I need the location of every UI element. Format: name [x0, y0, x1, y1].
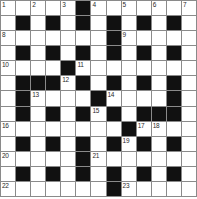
clue-number-9: 9: [123, 31, 126, 38]
cell-r10c13[interactable]: [182, 137, 196, 151]
cell-r3c6[interactable]: [76, 31, 90, 45]
cell-r1c5[interactable]: 3: [61, 1, 75, 15]
cell-r13c8: [107, 182, 121, 196]
cell-r11c12[interactable]: [167, 152, 181, 166]
cell-r7c5[interactable]: [61, 91, 75, 105]
cell-r13c11[interactable]: [152, 182, 166, 196]
cell-r2c4: [46, 16, 60, 30]
clue-number-19: 19: [123, 137, 130, 144]
cell-r13c12[interactable]: [167, 182, 181, 196]
cell-r1c2[interactable]: [16, 1, 30, 15]
cell-r5c4[interactable]: [46, 61, 60, 75]
cell-r11c2[interactable]: [16, 152, 30, 166]
cell-r2c3[interactable]: [31, 16, 45, 30]
cell-r1c6: [76, 1, 90, 15]
cell-r9c11[interactable]: 18: [152, 122, 166, 136]
cell-r7c2: [16, 91, 30, 105]
cell-r7c12: [167, 91, 181, 105]
cell-r1c12[interactable]: [167, 1, 181, 15]
clue-number-18: 18: [153, 122, 160, 129]
cell-r13c7[interactable]: [91, 182, 105, 196]
cell-r4c5[interactable]: [61, 46, 75, 60]
cell-r4c3[interactable]: [31, 46, 45, 60]
cell-r13c6[interactable]: [76, 182, 90, 196]
cell-r8c1[interactable]: [1, 107, 15, 121]
cell-r3c2[interactable]: [16, 31, 30, 45]
cell-r12c4: [46, 167, 60, 181]
clue-number-4: 4: [92, 1, 95, 8]
cell-r7c6[interactable]: [76, 91, 90, 105]
cell-r3c4[interactable]: [46, 31, 60, 45]
cell-r6c3: [31, 76, 45, 90]
cell-r12c6: [76, 167, 90, 181]
cell-r9c7[interactable]: [91, 122, 105, 136]
cell-r11c6: [76, 152, 90, 166]
cell-r10c12: [167, 137, 181, 151]
cell-r2c6: [76, 16, 90, 30]
cell-r1c3[interactable]: 2: [31, 1, 45, 15]
cell-r5c12[interactable]: [167, 61, 181, 75]
cell-r13c3[interactable]: [31, 182, 45, 196]
cell-r2c13[interactable]: [182, 16, 196, 30]
cell-r2c8: [107, 16, 121, 30]
cell-r4c4: [46, 46, 60, 60]
crossword-page: 1234567891011121314151617181920212223: [0, 0, 197, 199]
cell-r3c3[interactable]: [31, 31, 45, 45]
cell-r5c3[interactable]: [31, 61, 45, 75]
clue-number-6: 6: [153, 1, 156, 8]
cell-r9c4[interactable]: [46, 122, 60, 136]
cell-r12c7[interactable]: [91, 167, 105, 181]
cell-r12c11[interactable]: [152, 167, 166, 181]
cell-r1c1[interactable]: 1: [1, 1, 15, 15]
cell-r1c9[interactable]: 5: [122, 1, 136, 15]
cell-r8c13[interactable]: [182, 107, 196, 121]
clue-number-1: 1: [2, 1, 5, 8]
cell-r9c5[interactable]: [61, 122, 75, 136]
cell-r8c9[interactable]: [122, 107, 136, 121]
cell-r9c12[interactable]: [167, 122, 181, 136]
cell-r7c10[interactable]: [137, 91, 151, 105]
cell-r2c2: [16, 16, 30, 30]
cell-r7c3[interactable]: 13: [31, 91, 45, 105]
clue-number-3: 3: [62, 1, 65, 8]
cell-r3c9[interactable]: 9: [122, 31, 136, 45]
cell-r3c11[interactable]: [152, 31, 166, 45]
cell-r3c1[interactable]: 8: [1, 31, 15, 45]
cell-r11c1[interactable]: 20: [1, 152, 15, 166]
cell-r11c5[interactable]: [61, 152, 75, 166]
cell-r10c8: [107, 137, 121, 151]
cell-r8c5[interactable]: [61, 107, 75, 121]
cell-r6c11[interactable]: [152, 76, 166, 90]
cell-r5c10[interactable]: [137, 61, 151, 75]
cell-r3c7[interactable]: [91, 31, 105, 45]
cell-r9c8[interactable]: [107, 122, 121, 136]
cell-r6c12: [167, 76, 181, 90]
cell-r11c11[interactable]: [152, 152, 166, 166]
cell-r6c4: [46, 76, 60, 90]
cell-r7c8[interactable]: 14: [107, 91, 121, 105]
cell-r4c12: [167, 46, 181, 60]
cell-r6c7[interactable]: [91, 76, 105, 90]
cell-r8c3[interactable]: [31, 107, 45, 121]
cell-r9c9: [122, 122, 136, 136]
cell-r2c11[interactable]: [152, 16, 166, 30]
cell-r12c12: [167, 167, 181, 181]
cell-r5c5: [61, 61, 75, 75]
cell-r11c7[interactable]: 21: [91, 152, 105, 166]
cell-r12c10: [137, 167, 151, 181]
cell-r9c6[interactable]: [76, 122, 90, 136]
crossword-grid: 1234567891011121314151617181920212223: [0, 0, 197, 197]
cell-r6c6: [76, 76, 90, 90]
cell-r10c5[interactable]: [61, 137, 75, 151]
cell-r10c2: [16, 137, 30, 151]
cell-r2c1[interactable]: [1, 16, 15, 30]
cell-r1c4[interactable]: [46, 1, 60, 15]
clue-number-8: 8: [2, 31, 5, 38]
clue-number-7: 7: [183, 1, 186, 8]
cell-r10c3[interactable]: [31, 137, 45, 151]
clue-number-14: 14: [108, 91, 115, 98]
cell-r6c10: [137, 76, 151, 90]
cell-r4c1[interactable]: [1, 46, 15, 60]
cell-r10c9[interactable]: 19: [122, 137, 136, 151]
cell-r7c7: [91, 91, 105, 105]
cell-r2c12: [167, 16, 181, 30]
cell-r3c10[interactable]: [137, 31, 151, 45]
cell-r8c6: [76, 107, 90, 121]
cell-r1c8[interactable]: [107, 1, 121, 15]
cell-r2c9[interactable]: [122, 16, 136, 30]
clue-number-22: 22: [2, 182, 9, 189]
cell-r2c10: [137, 16, 151, 30]
cell-r10c1[interactable]: [1, 137, 15, 151]
cell-r1c13[interactable]: 7: [182, 1, 196, 15]
clue-number-16: 16: [2, 122, 9, 129]
clue-number-23: 23: [123, 182, 130, 189]
cell-r11c13[interactable]: [182, 152, 196, 166]
cell-r2c5[interactable]: [61, 16, 75, 30]
cell-r6c1[interactable]: [1, 76, 15, 90]
cell-r6c5[interactable]: 12: [61, 76, 75, 90]
cell-r12c5[interactable]: [61, 167, 75, 181]
cell-r13c5[interactable]: [61, 182, 75, 196]
cell-r3c13[interactable]: [182, 31, 196, 45]
clue-number-12: 12: [62, 76, 69, 83]
cell-r5c8[interactable]: [107, 61, 121, 75]
cell-r8c7[interactable]: 15: [91, 107, 105, 121]
cell-r1c11[interactable]: 6: [152, 1, 166, 15]
cell-r12c3[interactable]: [31, 167, 45, 181]
cell-r10c10: [137, 137, 151, 151]
cell-r12c13[interactable]: [182, 167, 196, 181]
cell-r13c4[interactable]: [46, 182, 60, 196]
cell-r13c9[interactable]: 23: [122, 182, 136, 196]
clue-number-10: 10: [2, 61, 9, 68]
cell-r9c10[interactable]: 17: [137, 122, 151, 136]
cell-r11c8[interactable]: [107, 152, 121, 166]
cell-r3c12[interactable]: [167, 31, 181, 45]
cell-r8c4: [46, 107, 60, 121]
cell-r6c8: [107, 76, 121, 90]
cell-r9c3[interactable]: [31, 122, 45, 136]
cell-r8c10: [137, 107, 151, 121]
cell-r9c2[interactable]: [16, 122, 30, 136]
cell-r12c9[interactable]: [122, 167, 136, 181]
cell-r13c13[interactable]: [182, 182, 196, 196]
cell-r13c1[interactable]: 22: [1, 182, 15, 196]
cell-r4c8: [107, 46, 121, 60]
cell-r4c10: [137, 46, 151, 60]
cell-r9c1[interactable]: 16: [1, 122, 15, 136]
cell-r7c9[interactable]: [122, 91, 136, 105]
cell-r7c13[interactable]: [182, 91, 196, 105]
cell-r4c2: [16, 46, 30, 60]
cell-r8c11: [152, 107, 166, 121]
clue-number-20: 20: [2, 152, 9, 159]
cell-r5c11[interactable]: [152, 61, 166, 75]
cell-r1c7[interactable]: 4: [91, 1, 105, 15]
cell-r8c12: [167, 107, 181, 121]
cell-r4c9[interactable]: [122, 46, 136, 60]
cell-r4c6: [76, 46, 90, 60]
cell-r6c2: [16, 76, 30, 90]
cell-r5c13[interactable]: [182, 61, 196, 75]
cell-r1c10[interactable]: [137, 1, 151, 15]
cell-r11c9[interactable]: [122, 152, 136, 166]
cell-r12c1[interactable]: [1, 167, 15, 181]
cell-r8c2: [16, 107, 30, 121]
cell-r3c8: [107, 31, 121, 45]
cell-r12c2: [16, 167, 30, 181]
cell-r2c7[interactable]: [91, 16, 105, 30]
clue-number-2: 2: [32, 1, 35, 8]
cell-r10c4: [46, 137, 60, 151]
cell-r11c10[interactable]: [137, 152, 151, 166]
cell-r10c7[interactable]: [91, 137, 105, 151]
clue-number-11: 11: [77, 61, 83, 68]
cell-r4c7[interactable]: [91, 46, 105, 60]
cell-r7c1[interactable]: [1, 91, 15, 105]
cell-r5c1[interactable]: 10: [1, 61, 15, 75]
cell-r5c9[interactable]: [122, 61, 136, 75]
cell-r6c9[interactable]: [122, 76, 136, 90]
cell-r10c11[interactable]: [152, 137, 166, 151]
cell-r8c8: [107, 107, 121, 121]
clue-number-15: 15: [92, 107, 99, 114]
cell-r11c4[interactable]: [46, 152, 60, 166]
clue-number-5: 5: [123, 1, 126, 8]
cell-r4c11[interactable]: [152, 46, 166, 60]
cell-r13c2[interactable]: [16, 182, 30, 196]
cell-r5c6[interactable]: 11: [76, 61, 90, 75]
cell-r6c13[interactable]: [182, 76, 196, 90]
cell-r3c5[interactable]: [61, 31, 75, 45]
clue-number-17: 17: [138, 122, 145, 129]
clue-number-13: 13: [32, 91, 39, 98]
cell-r13c10[interactable]: [137, 182, 151, 196]
clue-number-21: 21: [92, 152, 99, 159]
cell-r7c11[interactable]: [152, 91, 166, 105]
cell-r11c3[interactable]: [31, 152, 45, 166]
cell-r5c7[interactable]: [91, 61, 105, 75]
cell-r4c13[interactable]: [182, 46, 196, 60]
cell-r10c6: [76, 137, 90, 151]
cell-r12c8: [107, 167, 121, 181]
cell-r9c13[interactable]: [182, 122, 196, 136]
cell-r7c4[interactable]: [46, 91, 60, 105]
cell-r5c2[interactable]: [16, 61, 30, 75]
